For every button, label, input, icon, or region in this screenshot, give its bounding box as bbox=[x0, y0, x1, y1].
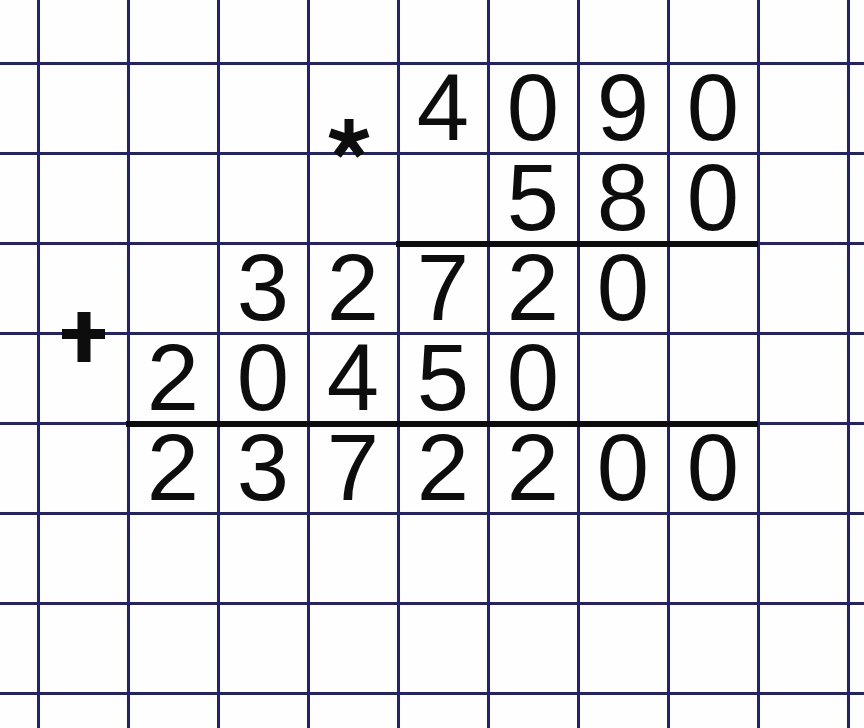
digit-cell-partial2: 2 bbox=[128, 333, 218, 423]
digit-cell-partial1: 3 bbox=[218, 243, 308, 333]
squared-paper-sheet: 4 0 9 0 5 8 0 3 2 7 2 0 2 0 4 5 0 2 3 7 … bbox=[0, 0, 864, 728]
digit-cell-multiplier-hundreds: 5 bbox=[488, 153, 578, 243]
digit-cell-product: 2 bbox=[488, 423, 578, 513]
digit-cell-multiplier-ones: 0 bbox=[668, 153, 758, 243]
plus-sign-icon bbox=[58, 306, 110, 366]
multiply-sign-icon bbox=[325, 112, 373, 164]
digit-cell-multiplier-tens: 8 bbox=[578, 153, 668, 243]
digit-cell-partial1: 0 bbox=[578, 243, 668, 333]
digit-cell-partial2: 4 bbox=[308, 333, 398, 423]
digit-cell-product: 2 bbox=[128, 423, 218, 513]
digit-cell-multiplicand-thousands: 4 bbox=[398, 63, 488, 153]
digit-cell-multiplicand-hundreds: 0 bbox=[488, 63, 578, 153]
digit-cell-product: 2 bbox=[398, 423, 488, 513]
digit-cell-partial2: 0 bbox=[488, 333, 578, 423]
digit-cell-multiplicand-ones: 0 bbox=[668, 63, 758, 153]
digit-cell-partial1: 2 bbox=[308, 243, 398, 333]
digit-cell-partial2: 5 bbox=[398, 333, 488, 423]
digit-cell-multiplicand-tens: 9 bbox=[578, 63, 668, 153]
answer-line-under-partial-products bbox=[126, 421, 758, 427]
digit-cell-partial1: 7 bbox=[398, 243, 488, 333]
answer-line-under-multiplier bbox=[396, 241, 758, 247]
digit-cell-product: 0 bbox=[668, 423, 758, 513]
digit-cell-product: 3 bbox=[218, 423, 308, 513]
digit-cell-product: 0 bbox=[578, 423, 668, 513]
digit-cell-partial2: 0 bbox=[218, 333, 308, 423]
digit-cell-product: 7 bbox=[308, 423, 398, 513]
digit-cell-partial1: 2 bbox=[488, 243, 578, 333]
